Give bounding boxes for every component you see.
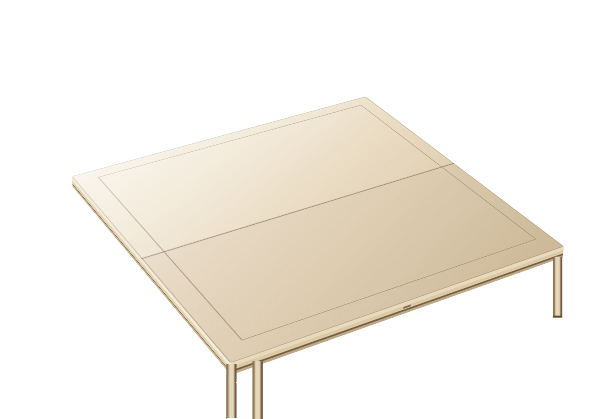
board-surface <box>72 97 564 364</box>
chessboard <box>72 97 564 364</box>
brand-engraving <box>403 304 410 308</box>
board-leg <box>226 364 237 419</box>
board-leg <box>252 361 263 419</box>
scene <box>0 0 600 419</box>
board-grid <box>99 105 535 339</box>
board-leg <box>553 257 562 318</box>
